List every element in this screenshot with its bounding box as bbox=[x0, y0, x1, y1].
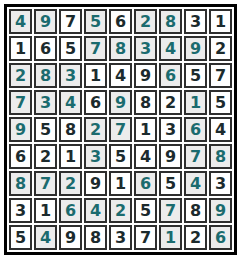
sudoku-cell-r5c4: 2 bbox=[84, 117, 107, 142]
sudoku-cell-r3c5[interactable]: 4 bbox=[109, 63, 132, 88]
sudoku-cell-r3c1: 2 bbox=[9, 63, 32, 88]
sudoku-cell-r1c8[interactable]: 3 bbox=[184, 9, 207, 34]
sudoku-cell-r2c6: 3 bbox=[134, 36, 157, 61]
sudoku-cell-r8c2[interactable]: 1 bbox=[34, 198, 57, 223]
sudoku-cell-r7c8: 4 bbox=[184, 171, 207, 196]
sudoku-cell-r4c8: 1 bbox=[184, 90, 207, 115]
sudoku-cell-r9c5[interactable]: 3 bbox=[109, 225, 132, 250]
sudoku-cell-r1c3[interactable]: 7 bbox=[59, 9, 82, 34]
sudoku-cell-r7c3: 2 bbox=[59, 171, 82, 196]
sudoku-cell-r2c4: 7 bbox=[84, 36, 107, 61]
sudoku-cell-r8c4: 4 bbox=[84, 198, 107, 223]
sudoku-cell-r7c7[interactable]: 5 bbox=[159, 171, 182, 196]
sudoku-cell-r9c1[interactable]: 5 bbox=[9, 225, 32, 250]
sudoku-cell-r2c2[interactable]: 6 bbox=[34, 36, 57, 61]
sudoku-cell-r5c2[interactable]: 5 bbox=[34, 117, 57, 142]
sudoku-cell-r3c9[interactable]: 7 bbox=[209, 63, 232, 88]
sudoku-cell-r6c1[interactable]: 6 bbox=[9, 144, 32, 169]
sudoku-cell-r3c3: 3 bbox=[59, 63, 82, 88]
sudoku-cell-r8c8[interactable]: 8 bbox=[184, 198, 207, 223]
sudoku-cell-r7c5[interactable]: 1 bbox=[109, 171, 132, 196]
sudoku-cell-r1c1: 4 bbox=[9, 9, 32, 34]
sudoku-cell-r4c3: 4 bbox=[59, 90, 82, 115]
sudoku-cell-r2c1[interactable]: 1 bbox=[9, 36, 32, 61]
sudoku-cell-r8c3: 6 bbox=[59, 198, 82, 223]
sudoku-cell-r5c8: 6 bbox=[184, 117, 207, 142]
sudoku-cell-r8c6[interactable]: 5 bbox=[134, 198, 157, 223]
sudoku-cell-r8c7: 7 bbox=[159, 198, 182, 223]
sudoku-cell-r7c2: 7 bbox=[34, 171, 57, 196]
sudoku-cell-r1c4: 5 bbox=[84, 9, 107, 34]
sudoku-cell-r6c2[interactable]: 2 bbox=[34, 144, 57, 169]
sudoku-cell-r6c6[interactable]: 4 bbox=[134, 144, 157, 169]
sudoku-cell-r6c8: 7 bbox=[184, 144, 207, 169]
sudoku-cell-r6c5[interactable]: 5 bbox=[109, 144, 132, 169]
sudoku-cell-r7c9[interactable]: 3 bbox=[209, 171, 232, 196]
sudoku-cell-r8c1[interactable]: 3 bbox=[9, 198, 32, 223]
sudoku-cell-r3c7: 6 bbox=[159, 63, 182, 88]
sudoku-grid: 4975628311657834922831496577346982159582… bbox=[9, 9, 232, 250]
sudoku-cell-r2c5: 8 bbox=[109, 36, 132, 61]
sudoku-cell-r3c4[interactable]: 1 bbox=[84, 63, 107, 88]
sudoku-cell-r1c7: 8 bbox=[159, 9, 182, 34]
sudoku-cell-r6c7[interactable]: 9 bbox=[159, 144, 182, 169]
sudoku-cell-r1c6: 2 bbox=[134, 9, 157, 34]
sudoku-board: 4975628311657834922831496577346982159582… bbox=[4, 4, 237, 255]
sudoku-cell-r9c3[interactable]: 9 bbox=[59, 225, 82, 250]
sudoku-cell-r6c4: 3 bbox=[84, 144, 107, 169]
sudoku-cell-r1c9[interactable]: 1 bbox=[209, 9, 232, 34]
sudoku-cell-r3c2: 8 bbox=[34, 63, 57, 88]
sudoku-cell-r3c8[interactable]: 5 bbox=[184, 63, 207, 88]
sudoku-cell-r7c1: 8 bbox=[9, 171, 32, 196]
sudoku-cell-r6c9: 8 bbox=[209, 144, 232, 169]
sudoku-cell-r9c9: 6 bbox=[209, 225, 232, 250]
sudoku-cell-r9c6[interactable]: 7 bbox=[134, 225, 157, 250]
sudoku-cell-r8c9: 9 bbox=[209, 198, 232, 223]
sudoku-cell-r4c7[interactable]: 2 bbox=[159, 90, 182, 115]
sudoku-cell-r7c6: 6 bbox=[134, 171, 157, 196]
sudoku-cell-r2c9[interactable]: 2 bbox=[209, 36, 232, 61]
sudoku-cell-r2c3[interactable]: 5 bbox=[59, 36, 82, 61]
sudoku-cell-r9c7: 1 bbox=[159, 225, 182, 250]
sudoku-cell-r7c4[interactable]: 9 bbox=[84, 171, 107, 196]
sudoku-cell-r4c4[interactable]: 6 bbox=[84, 90, 107, 115]
sudoku-cell-r5c7[interactable]: 3 bbox=[159, 117, 182, 142]
sudoku-cell-r5c1: 9 bbox=[9, 117, 32, 142]
sudoku-cell-r5c3[interactable]: 8 bbox=[59, 117, 82, 142]
sudoku-cell-r8c5: 2 bbox=[109, 198, 132, 223]
sudoku-cell-r3c6[interactable]: 9 bbox=[134, 63, 157, 88]
sudoku-cell-r5c9[interactable]: 4 bbox=[209, 117, 232, 142]
sudoku-cell-r1c2: 9 bbox=[34, 9, 57, 34]
sudoku-cell-r4c9[interactable]: 5 bbox=[209, 90, 232, 115]
sudoku-cell-r4c5: 9 bbox=[109, 90, 132, 115]
sudoku-cell-r4c2: 3 bbox=[34, 90, 57, 115]
sudoku-cell-r4c1: 7 bbox=[9, 90, 32, 115]
sudoku-cell-r2c7: 4 bbox=[159, 36, 182, 61]
sudoku-cell-r6c3[interactable]: 1 bbox=[59, 144, 82, 169]
sudoku-cell-r9c2: 4 bbox=[34, 225, 57, 250]
sudoku-cell-r9c4[interactable]: 8 bbox=[84, 225, 107, 250]
sudoku-cell-r1c5[interactable]: 6 bbox=[109, 9, 132, 34]
sudoku-cell-r9c8[interactable]: 2 bbox=[184, 225, 207, 250]
sudoku-cell-r4c6[interactable]: 8 bbox=[134, 90, 157, 115]
sudoku-cell-r5c5: 7 bbox=[109, 117, 132, 142]
sudoku-cell-r2c8: 9 bbox=[184, 36, 207, 61]
sudoku-cell-r5c6[interactable]: 1 bbox=[134, 117, 157, 142]
